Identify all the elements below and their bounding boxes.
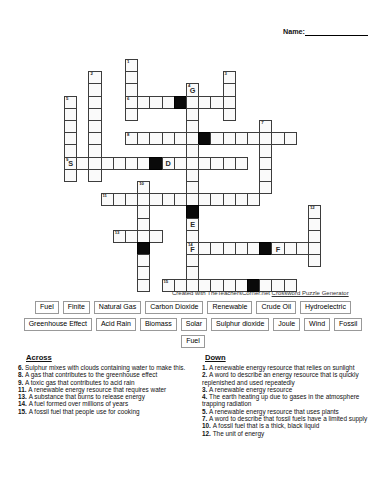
grid-cell[interactable]: 5	[64, 96, 77, 109]
grid-cell[interactable]	[223, 242, 236, 255]
word-bank-item: Sulphur dioxide	[211, 318, 269, 331]
grid-cell[interactable]	[125, 83, 138, 96]
revealed-letter: G	[187, 84, 198, 95]
revealed-letter: F	[187, 243, 198, 254]
grid-cell[interactable]	[186, 144, 199, 157]
grid-cell[interactable]	[210, 193, 223, 206]
grid-cell[interactable]	[88, 157, 101, 170]
grid-cell[interactable]	[259, 169, 272, 182]
grid-cell[interactable]	[174, 132, 187, 145]
grid-cell[interactable]	[149, 230, 162, 243]
word-bank-item: Renewable	[207, 301, 252, 314]
word-bank-item: Fuel	[181, 335, 205, 348]
grid-cell[interactable]	[259, 157, 272, 170]
grid-cell[interactable]	[113, 157, 126, 170]
grid-cell[interactable]	[235, 132, 248, 145]
clue-number: 11	[103, 194, 107, 199]
name-label: Name:	[283, 28, 305, 36]
grid-cell[interactable]	[235, 242, 248, 255]
clue-item: 2. A word to describe an energy resource…	[202, 371, 383, 386]
grid-cell[interactable]	[137, 230, 150, 243]
clue-item: 7. A word to describe that fossil fuels …	[202, 415, 383, 422]
clue-number: 15	[164, 280, 168, 285]
grid-cell[interactable]	[186, 230, 199, 243]
clue-item: 8. A gas that contributes to the greenho…	[18, 371, 192, 378]
grid-cell[interactable]	[198, 193, 211, 206]
clue-number: 5	[66, 97, 68, 102]
grid-cell[interactable]	[64, 144, 77, 157]
grid-cell[interactable]	[162, 132, 175, 145]
clue-number: 7	[261, 121, 263, 126]
grid-cell[interactable]	[88, 169, 101, 182]
grid-cell[interactable]	[149, 193, 162, 206]
grid-cell[interactable]: F	[271, 242, 284, 255]
grid-cell[interactable]	[223, 83, 236, 96]
across-clues-section: Across 6. Sulphur mixes with clouds cont…	[18, 353, 192, 415]
grid-cell[interactable]	[64, 108, 77, 121]
clue-number: 2	[90, 72, 92, 77]
clue-item: 3. A renewable energy resource	[202, 386, 383, 393]
grid-cell[interactable]	[76, 157, 89, 170]
grid-cell[interactable]	[284, 132, 297, 145]
grid-cell[interactable]	[137, 205, 150, 218]
grid-cell[interactable]	[88, 132, 101, 145]
grid-cell[interactable]	[198, 96, 211, 109]
word-bank-item: Finite	[63, 301, 90, 314]
grid-cell[interactable]	[223, 193, 236, 206]
grid-cell[interactable]	[210, 157, 223, 170]
word-bank-item: Solar	[181, 318, 207, 331]
name-field-row: Name:	[283, 28, 368, 36]
grid-cell[interactable]	[259, 144, 272, 157]
grid-cell[interactable]	[64, 169, 77, 182]
clue-number: 6	[127, 97, 129, 102]
grid-cell[interactable]	[235, 157, 248, 170]
grid-cell[interactable]	[88, 96, 101, 109]
across-heading: Across	[26, 353, 192, 362]
black-space-cell	[174, 96, 187, 109]
down-clues-section: Down 1. A renewable energy resource that…	[197, 353, 383, 437]
grid-cell[interactable]	[259, 181, 272, 194]
grid-cell[interactable]	[162, 193, 175, 206]
grid-cell[interactable]	[308, 230, 321, 243]
grid-cell[interactable]	[137, 266, 150, 279]
grid-cell[interactable]: E	[186, 218, 199, 231]
grid-cell[interactable]: 12	[308, 205, 321, 218]
clue-item: 6. Sulphur mixes with clouds containing …	[18, 364, 192, 371]
word-bank-item: Acid Rain	[96, 318, 136, 331]
grid-cell[interactable]	[210, 242, 223, 255]
word-bank-item: Fuel	[35, 301, 59, 314]
clue-item: 11. A renewable energy resource that req…	[18, 386, 192, 393]
clue-item: 1. A renewable energy resource that reli…	[202, 364, 383, 371]
clue-item: 15. A fossil fuel that people use for co…	[18, 408, 192, 415]
grid-cell[interactable]	[296, 242, 309, 255]
clue-item: 13. A substance that burns to release en…	[18, 393, 192, 400]
revealed-letter: D	[163, 158, 174, 169]
grid-cell[interactable]	[308, 254, 321, 267]
grid-cell[interactable]	[186, 266, 199, 279]
grid-cell[interactable]: 3	[223, 71, 236, 84]
word-bank-item: Natural Gas	[94, 301, 141, 314]
grid-cell[interactable]	[284, 242, 297, 255]
grid-cell[interactable]	[101, 157, 114, 170]
grid-cell[interactable]: D	[162, 157, 175, 170]
grid-cell[interactable]: 2	[88, 71, 101, 84]
clue-number: 10	[139, 182, 143, 187]
grid-cell[interactable]	[137, 132, 150, 145]
clue-number: 8	[127, 133, 129, 138]
grid-cell[interactable]	[223, 96, 236, 109]
worksheet-page: Name: 1234G56789SD101112E1314FF15 Create…	[0, 0, 386, 500]
clue-item: 12. The unit of energy	[202, 430, 383, 437]
grid-cell[interactable]	[223, 157, 236, 170]
grid-cell[interactable]	[137, 254, 150, 267]
clue-number: 3	[225, 72, 227, 77]
grid-cell[interactable]	[88, 83, 101, 96]
word-bank-item: Biomass	[140, 318, 177, 331]
grid-cell[interactable]	[137, 218, 150, 231]
black-space-cell	[198, 132, 211, 145]
grid-cell[interactable]: 13	[113, 230, 126, 243]
grid-cell[interactable]: 11	[101, 193, 114, 206]
grid-cell[interactable]	[88, 144, 101, 157]
down-heading: Down	[205, 353, 383, 362]
grid-cell[interactable]	[186, 254, 199, 267]
grid-cell[interactable]	[186, 169, 199, 182]
credit-link[interactable]: Crossword Puzzle Generator	[272, 290, 349, 296]
grid-cell[interactable]	[198, 242, 211, 255]
grid-cell[interactable]	[113, 193, 126, 206]
clue-item: 5. A renewable energy resource that uses…	[202, 408, 383, 415]
word-bank-item: Greenhouse Effect	[24, 318, 92, 331]
credit-text: Created with TheTeachersCorner.net	[172, 290, 272, 296]
black-space-cell	[259, 242, 272, 255]
black-space-cell	[186, 205, 199, 218]
grid-cell[interactable]	[137, 193, 150, 206]
clue-item: 10. A fossil fuel that is a thick, black…	[202, 422, 383, 429]
grid-cell[interactable]	[186, 108, 199, 121]
revealed-letter: S	[65, 158, 76, 169]
word-bank: FuelFiniteNatural GasCarbon DioxideRenew…	[0, 301, 386, 352]
grid-cell[interactable]	[271, 132, 284, 145]
grid-cell[interactable]	[149, 96, 162, 109]
grid-cell[interactable]	[247, 193, 260, 206]
grid-cell[interactable]	[308, 218, 321, 231]
grid-cell[interactable]	[162, 96, 175, 109]
generator-credit: Created with TheTeachersCorner.net Cross…	[172, 290, 349, 297]
grid-cell[interactable]	[125, 71, 138, 84]
grid-cell[interactable]	[198, 157, 211, 170]
down-clue-list: 1. A renewable energy resource that reli…	[197, 364, 383, 437]
grid-cell[interactable]	[137, 279, 150, 292]
clue-item: 4. The earth heating up due to gases in …	[202, 393, 383, 408]
grid-cell[interactable]	[210, 132, 223, 145]
name-blank-line[interactable]	[305, 28, 368, 36]
word-bank-row: Fuel	[0, 335, 386, 348]
grid-cell[interactable]	[64, 132, 77, 145]
grid-cell[interactable]	[137, 96, 150, 109]
grid-cell[interactable]	[174, 157, 187, 170]
revealed-letter: F	[272, 243, 283, 254]
crossword-grid: 1234G56789SD101112E1314FF15	[64, 59, 322, 292]
grid-cell[interactable]	[88, 108, 101, 121]
word-bank-row: FuelFiniteNatural GasCarbon DioxideRenew…	[0, 301, 386, 314]
word-bank-item: Hydroelectric	[300, 301, 351, 314]
word-bank-item: Carbon Dioxide	[145, 301, 203, 314]
grid-cell[interactable]: 4G	[186, 83, 199, 96]
clue-item: 9. A toxic gas that contributes to acid …	[18, 379, 192, 386]
grid-cell[interactable]	[149, 132, 162, 145]
grid-cell[interactable]	[137, 157, 150, 170]
grid-cell[interactable]	[125, 108, 138, 121]
across-clue-list: 6. Sulphur mixes with clouds containing …	[18, 364, 192, 415]
revealed-letter: E	[187, 219, 198, 230]
grid-cell[interactable]	[223, 132, 236, 145]
word-bank-item: Joule	[273, 318, 300, 331]
word-bank-item: Wind	[304, 318, 330, 331]
clue-number: 12	[310, 206, 314, 211]
clue-item: 14. A fuel formed over millions of years	[18, 400, 192, 407]
grid-cell[interactable]	[235, 193, 248, 206]
grid-cell[interactable]	[259, 132, 272, 145]
clue-number: 13	[115, 231, 119, 236]
word-bank-item: Crude Oil	[256, 301, 296, 314]
grid-cell[interactable]	[174, 193, 187, 206]
clue-number: 1	[127, 60, 129, 65]
grid-cell[interactable]	[223, 108, 236, 121]
black-space-cell	[149, 157, 162, 170]
word-bank-row: Greenhouse EffectAcid RainBiomassSolarSu…	[0, 318, 386, 331]
grid-cell[interactable]	[210, 96, 223, 109]
word-bank-item: Fossil	[334, 318, 362, 331]
